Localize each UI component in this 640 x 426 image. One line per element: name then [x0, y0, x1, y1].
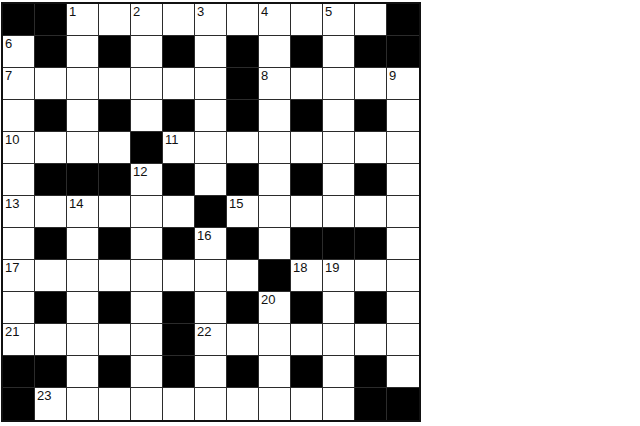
black-cell: [323, 228, 355, 260]
white-cell[interactable]: [323, 292, 355, 324]
white-cell[interactable]: [99, 196, 131, 228]
white-cell[interactable]: [67, 100, 99, 132]
white-cell[interactable]: [67, 36, 99, 68]
black-cell: [3, 388, 35, 420]
white-cell[interactable]: [195, 68, 227, 100]
white-cell[interactable]: [355, 196, 387, 228]
black-cell: [3, 356, 35, 388]
black-cell: [99, 228, 131, 260]
black-cell: [227, 68, 259, 100]
white-cell[interactable]: [387, 100, 419, 132]
black-cell: [355, 356, 387, 388]
white-cell[interactable]: 8: [259, 68, 291, 100]
clue-number: 12: [133, 164, 147, 179]
white-cell[interactable]: [67, 388, 99, 420]
white-cell[interactable]: [35, 260, 67, 292]
clue-number: 9: [389, 68, 396, 83]
black-cell: [355, 36, 387, 68]
white-cell[interactable]: [259, 228, 291, 260]
white-cell[interactable]: [259, 36, 291, 68]
crossword-grid: 1234567891011121314151617181920212223: [1, 2, 421, 422]
black-cell: [259, 260, 291, 292]
black-cell: [291, 356, 323, 388]
white-cell[interactable]: [227, 388, 259, 420]
clue-number: 18: [293, 260, 307, 275]
white-cell[interactable]: [323, 100, 355, 132]
black-cell: [35, 164, 67, 196]
black-cell: [291, 36, 323, 68]
white-cell[interactable]: 23: [35, 388, 67, 420]
clue-number: 8: [261, 68, 268, 83]
black-cell: [163, 228, 195, 260]
white-cell[interactable]: [227, 260, 259, 292]
white-cell[interactable]: [99, 260, 131, 292]
white-cell[interactable]: [291, 4, 323, 36]
white-cell[interactable]: [35, 196, 67, 228]
clue-number: 14: [69, 196, 83, 211]
black-cell: [291, 164, 323, 196]
white-cell[interactable]: [99, 132, 131, 164]
white-cell[interactable]: 9: [387, 68, 419, 100]
white-cell[interactable]: [131, 100, 163, 132]
white-cell[interactable]: [323, 68, 355, 100]
white-cell[interactable]: 16: [195, 228, 227, 260]
white-cell[interactable]: [259, 356, 291, 388]
black-cell: [355, 292, 387, 324]
white-cell[interactable]: [227, 324, 259, 356]
white-cell[interactable]: [131, 228, 163, 260]
white-cell[interactable]: [35, 132, 67, 164]
clue-number: 23: [37, 388, 51, 403]
white-cell[interactable]: [291, 388, 323, 420]
black-cell: [99, 356, 131, 388]
white-cell[interactable]: [387, 164, 419, 196]
white-cell[interactable]: [163, 196, 195, 228]
white-cell[interactable]: [131, 260, 163, 292]
white-cell[interactable]: 14: [67, 196, 99, 228]
white-cell[interactable]: [67, 132, 99, 164]
white-cell[interactable]: 3: [195, 4, 227, 36]
page: 1234567891011121314151617181920212223: [0, 0, 640, 426]
white-cell[interactable]: [195, 260, 227, 292]
clue-number: 13: [5, 196, 19, 211]
white-cell[interactable]: 2: [131, 4, 163, 36]
clue-number: 22: [197, 324, 211, 339]
black-cell: [163, 36, 195, 68]
black-cell: [355, 388, 387, 420]
white-cell[interactable]: [35, 68, 67, 100]
white-cell[interactable]: [355, 260, 387, 292]
white-cell[interactable]: [291, 68, 323, 100]
white-cell[interactable]: [131, 324, 163, 356]
clue-number: 16: [197, 228, 211, 243]
black-cell: [163, 164, 195, 196]
white-cell[interactable]: [35, 324, 67, 356]
white-cell[interactable]: [291, 196, 323, 228]
black-cell: [99, 164, 131, 196]
clue-number: 11: [165, 132, 179, 147]
black-cell: [35, 356, 67, 388]
white-cell[interactable]: 1: [67, 4, 99, 36]
white-cell[interactable]: [163, 4, 195, 36]
black-cell: [35, 4, 67, 36]
white-cell[interactable]: [67, 356, 99, 388]
white-cell[interactable]: [259, 388, 291, 420]
white-cell[interactable]: [291, 324, 323, 356]
white-cell[interactable]: 13: [3, 196, 35, 228]
black-cell: [163, 356, 195, 388]
white-cell[interactable]: [195, 100, 227, 132]
black-cell: [35, 292, 67, 324]
white-cell[interactable]: 5: [323, 4, 355, 36]
white-cell[interactable]: [387, 324, 419, 356]
black-cell: [163, 324, 195, 356]
white-cell[interactable]: [323, 196, 355, 228]
black-cell: [355, 100, 387, 132]
black-cell: [35, 228, 67, 260]
black-cell: [387, 4, 419, 36]
white-cell[interactable]: [67, 68, 99, 100]
white-cell[interactable]: [323, 356, 355, 388]
white-cell[interactable]: [291, 132, 323, 164]
black-cell: [163, 292, 195, 324]
white-cell[interactable]: [67, 324, 99, 356]
white-cell[interactable]: 7: [3, 68, 35, 100]
white-cell[interactable]: [259, 196, 291, 228]
black-cell: [227, 100, 259, 132]
black-cell: [99, 292, 131, 324]
black-cell: [355, 228, 387, 260]
white-cell[interactable]: [3, 228, 35, 260]
white-cell[interactable]: [163, 68, 195, 100]
black-cell: [99, 100, 131, 132]
white-cell[interactable]: [387, 132, 419, 164]
white-cell[interactable]: [163, 260, 195, 292]
clue-number: 3: [197, 4, 204, 19]
black-cell: [291, 228, 323, 260]
white-cell[interactable]: 15: [227, 196, 259, 228]
white-cell[interactable]: [259, 164, 291, 196]
black-cell: [227, 356, 259, 388]
white-cell[interactable]: [355, 4, 387, 36]
black-cell: [227, 292, 259, 324]
white-cell[interactable]: [323, 164, 355, 196]
black-cell: [291, 292, 323, 324]
white-cell[interactable]: [259, 132, 291, 164]
white-cell[interactable]: [3, 100, 35, 132]
clue-number: 6: [5, 36, 12, 51]
clue-number: 10: [5, 132, 19, 147]
white-cell[interactable]: [387, 196, 419, 228]
white-cell[interactable]: [323, 388, 355, 420]
clue-number: 19: [325, 260, 339, 275]
black-cell: [131, 132, 163, 164]
white-cell[interactable]: [227, 4, 259, 36]
black-cell: [355, 164, 387, 196]
white-cell[interactable]: [99, 4, 131, 36]
black-cell: [35, 36, 67, 68]
white-cell[interactable]: [259, 100, 291, 132]
white-cell[interactable]: [355, 324, 387, 356]
white-cell[interactable]: 6: [3, 36, 35, 68]
white-cell[interactable]: [323, 324, 355, 356]
white-cell[interactable]: [3, 292, 35, 324]
white-cell[interactable]: 4: [259, 4, 291, 36]
black-cell: [291, 100, 323, 132]
black-cell: [67, 164, 99, 196]
white-cell[interactable]: [259, 324, 291, 356]
white-cell[interactable]: [99, 68, 131, 100]
white-cell[interactable]: [195, 36, 227, 68]
black-cell: [195, 196, 227, 228]
white-cell[interactable]: [323, 36, 355, 68]
white-cell[interactable]: [355, 68, 387, 100]
white-cell[interactable]: 11: [163, 132, 195, 164]
white-cell[interactable]: [387, 356, 419, 388]
white-cell[interactable]: [195, 388, 227, 420]
white-cell[interactable]: [387, 260, 419, 292]
black-cell: [387, 388, 419, 420]
white-cell[interactable]: [131, 292, 163, 324]
white-cell[interactable]: 21: [3, 324, 35, 356]
clue-number: 21: [5, 324, 19, 339]
clue-number: 4: [261, 4, 268, 19]
clue-number: 15: [229, 196, 243, 211]
white-cell[interactable]: [387, 292, 419, 324]
white-cell[interactable]: [99, 388, 131, 420]
white-cell[interactable]: [131, 356, 163, 388]
clue-number: 20: [261, 292, 275, 307]
white-cell[interactable]: [67, 292, 99, 324]
white-cell[interactable]: [99, 324, 131, 356]
white-cell[interactable]: [131, 68, 163, 100]
white-cell[interactable]: [163, 388, 195, 420]
clue-number: 7: [5, 68, 12, 83]
white-cell[interactable]: [227, 132, 259, 164]
white-cell[interactable]: [355, 132, 387, 164]
white-cell[interactable]: [195, 292, 227, 324]
white-cell[interactable]: [195, 356, 227, 388]
white-cell[interactable]: 17: [3, 260, 35, 292]
clue-number: 17: [5, 260, 19, 275]
white-cell[interactable]: [323, 132, 355, 164]
black-cell: [35, 100, 67, 132]
clue-number: 5: [325, 4, 332, 19]
white-cell[interactable]: 18: [291, 260, 323, 292]
white-cell[interactable]: [67, 228, 99, 260]
black-cell: [227, 36, 259, 68]
white-cell[interactable]: [131, 388, 163, 420]
white-cell[interactable]: [3, 164, 35, 196]
white-cell[interactable]: [131, 36, 163, 68]
clue-number: 2: [133, 4, 140, 19]
white-cell[interactable]: [195, 132, 227, 164]
black-cell: [227, 164, 259, 196]
white-cell[interactable]: 10: [3, 132, 35, 164]
white-cell[interactable]: [195, 164, 227, 196]
black-cell: [227, 228, 259, 260]
white-cell[interactable]: 12: [131, 164, 163, 196]
white-cell[interactable]: 20: [259, 292, 291, 324]
white-cell[interactable]: [67, 260, 99, 292]
black-cell: [99, 36, 131, 68]
black-cell: [387, 36, 419, 68]
white-cell[interactable]: [387, 228, 419, 260]
clue-number: 1: [69, 4, 76, 19]
white-cell[interactable]: 19: [323, 260, 355, 292]
black-cell: [163, 100, 195, 132]
white-cell[interactable]: 22: [195, 324, 227, 356]
black-cell: [3, 4, 35, 36]
white-cell[interactable]: [131, 196, 163, 228]
